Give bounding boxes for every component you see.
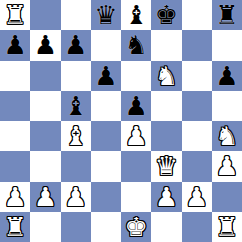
white-queen[interactable]: ♛: [155, 151, 178, 181]
square-e8[interactable]: ♝: [121, 0, 151, 30]
square-b6[interactable]: [30, 61, 60, 91]
square-h1[interactable]: ♜: [212, 212, 242, 242]
square-h4[interactable]: ♞: [212, 121, 242, 151]
white-pawn[interactable]: ♟: [124, 121, 147, 151]
square-g4[interactable]: [182, 121, 212, 151]
square-a2[interactable]: ♟: [0, 182, 30, 212]
square-b7[interactable]: ♟: [30, 30, 60, 60]
white-rook[interactable]: ♜: [215, 212, 238, 242]
square-d5[interactable]: [91, 91, 121, 121]
square-b3[interactable]: [30, 151, 60, 181]
square-h7[interactable]: [212, 30, 242, 60]
black-knight[interactable]: ♞: [124, 30, 147, 60]
black-pawn[interactable]: ♟: [34, 30, 57, 60]
square-b8[interactable]: [30, 0, 60, 30]
square-f7[interactable]: [151, 30, 181, 60]
square-d1[interactable]: [91, 212, 121, 242]
square-c6[interactable]: [61, 61, 91, 91]
black-pawn[interactable]: ♟: [94, 61, 117, 91]
square-d4[interactable]: [91, 121, 121, 151]
square-e5[interactable]: ♟: [121, 91, 151, 121]
square-d8[interactable]: ♛: [91, 0, 121, 30]
chess-board: ♜♛♝♚♜♟♟♟♞♟♞♟♝♟♝♟♞♛♟♟♟♟♟♟♜♚♜: [0, 0, 242, 242]
square-f2[interactable]: ♟: [151, 182, 181, 212]
white-knight[interactable]: ♞: [155, 61, 178, 91]
square-b5[interactable]: [30, 91, 60, 121]
square-f6[interactable]: ♞: [151, 61, 181, 91]
white-pawn[interactable]: ♟: [155, 182, 178, 212]
black-pawn[interactable]: ♟: [124, 91, 147, 121]
square-g3[interactable]: [182, 151, 212, 181]
white-pawn[interactable]: ♟: [34, 182, 57, 212]
white-pawn[interactable]: ♟: [64, 182, 87, 212]
square-a7[interactable]: ♟: [0, 30, 30, 60]
square-e7[interactable]: ♞: [121, 30, 151, 60]
black-pawn[interactable]: ♟: [64, 30, 87, 60]
white-rook[interactable]: ♜: [3, 212, 26, 242]
square-h6[interactable]: ♟: [212, 61, 242, 91]
white-king[interactable]: ♚: [124, 212, 147, 242]
square-f3[interactable]: ♛: [151, 151, 181, 181]
black-rook[interactable]: ♜: [215, 0, 238, 30]
square-c2[interactable]: ♟: [61, 182, 91, 212]
square-g8[interactable]: [182, 0, 212, 30]
square-g6[interactable]: [182, 61, 212, 91]
white-rook[interactable]: ♜: [3, 0, 26, 30]
square-f5[interactable]: [151, 91, 181, 121]
square-a1[interactable]: ♜: [0, 212, 30, 242]
black-king[interactable]: ♚: [155, 0, 178, 30]
square-b1[interactable]: [30, 212, 60, 242]
square-d2[interactable]: [91, 182, 121, 212]
square-d7[interactable]: [91, 30, 121, 60]
square-d3[interactable]: [91, 151, 121, 181]
square-f1[interactable]: [151, 212, 181, 242]
square-e3[interactable]: [121, 151, 151, 181]
black-bishop[interactable]: ♝: [64, 91, 87, 121]
square-d6[interactable]: ♟: [91, 61, 121, 91]
square-h3[interactable]: ♟: [212, 151, 242, 181]
square-b4[interactable]: [30, 121, 60, 151]
square-a8[interactable]: ♜: [0, 0, 30, 30]
white-pawn[interactable]: ♟: [215, 151, 238, 181]
square-c5[interactable]: ♝: [61, 91, 91, 121]
square-a3[interactable]: [0, 151, 30, 181]
square-g1[interactable]: [182, 212, 212, 242]
square-b2[interactable]: ♟: [30, 182, 60, 212]
square-e4[interactable]: ♟: [121, 121, 151, 151]
black-bishop[interactable]: ♝: [124, 0, 147, 30]
square-e6[interactable]: [121, 61, 151, 91]
square-f8[interactable]: ♚: [151, 0, 181, 30]
square-e1[interactable]: ♚: [121, 212, 151, 242]
square-g2[interactable]: ♟: [182, 182, 212, 212]
white-knight[interactable]: ♞: [215, 121, 238, 151]
square-c1[interactable]: [61, 212, 91, 242]
square-c4[interactable]: ♝: [61, 121, 91, 151]
square-c3[interactable]: [61, 151, 91, 181]
white-pawn[interactable]: ♟: [185, 182, 208, 212]
square-f4[interactable]: [151, 121, 181, 151]
black-pawn[interactable]: ♟: [215, 61, 238, 91]
square-e2[interactable]: [121, 182, 151, 212]
square-a5[interactable]: [0, 91, 30, 121]
black-pawn[interactable]: ♟: [3, 30, 26, 60]
square-g5[interactable]: [182, 91, 212, 121]
black-queen[interactable]: ♛: [94, 0, 117, 30]
square-h2[interactable]: [212, 182, 242, 212]
white-pawn[interactable]: ♟: [3, 182, 26, 212]
square-a4[interactable]: [0, 121, 30, 151]
square-a6[interactable]: [0, 61, 30, 91]
square-c7[interactable]: ♟: [61, 30, 91, 60]
square-c8[interactable]: [61, 0, 91, 30]
white-bishop[interactable]: ♝: [64, 121, 87, 151]
square-h5[interactable]: [212, 91, 242, 121]
square-h8[interactable]: ♜: [212, 0, 242, 30]
square-g7[interactable]: [182, 30, 212, 60]
